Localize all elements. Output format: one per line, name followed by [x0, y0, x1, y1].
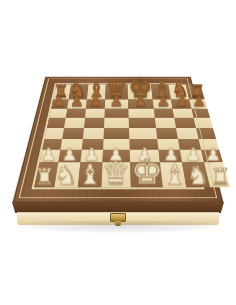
product-photo-chess-set: ♜♞♝♛♚♝♞♜♟♟♟♟♟♟♟♟♟♟♟♟♟♟♟♟♜♞♝♛♚♝♞♜	[0, 0, 236, 305]
piece-black-pawn: ♟	[156, 95, 169, 109]
square-f6	[153, 108, 174, 117]
drop-shadow	[20, 221, 218, 233]
square-c4	[83, 128, 105, 139]
square-h7: ♟	[189, 100, 207, 109]
piece-black-pawn: ♟	[110, 95, 123, 109]
square-d1: ♛	[102, 162, 131, 187]
square-f3	[157, 139, 180, 150]
square-h6	[191, 108, 210, 117]
square-c7: ♟	[86, 100, 106, 109]
square-c1: ♝	[78, 162, 103, 187]
piece-black-king: ♚	[128, 75, 153, 100]
piece-black-pawn: ♟	[52, 95, 65, 109]
square-h8: ♜	[186, 84, 205, 99]
square-d5	[104, 118, 128, 128]
square-f5	[154, 118, 176, 128]
square-e7: ♟	[128, 100, 154, 109]
piece-black-rook: ♜	[189, 84, 205, 100]
piece-black-bishop: ♝	[87, 81, 106, 100]
square-d4	[104, 128, 129, 139]
square-c3	[81, 139, 103, 150]
square-b2: ♟	[58, 150, 81, 162]
piece-white-bishop: ♝	[78, 163, 102, 187]
square-b1: ♞	[54, 162, 80, 187]
chess-board: ♜♞♝♛♚♝♞♜♟♟♟♟♟♟♟♟♟♟♟♟♟♟♟♟♜♞♝♛♚♝♞♜	[13, 77, 224, 203]
square-h2: ♟	[201, 150, 223, 162]
square-b5	[64, 118, 85, 128]
square-b6	[66, 108, 86, 117]
square-f7: ♟	[152, 100, 172, 109]
piece-black-queen: ♛	[106, 77, 128, 99]
square-d8: ♛	[106, 84, 128, 99]
square-b4	[62, 128, 83, 139]
square-g7: ♟	[171, 100, 191, 109]
piece-white-queen: ♛	[102, 159, 131, 188]
square-g6	[173, 108, 194, 117]
square-c2: ♟	[80, 150, 103, 162]
piece-black-pawn: ♟	[175, 95, 188, 109]
square-c8: ♝	[87, 84, 106, 99]
square-f4	[156, 128, 179, 139]
square-g3	[178, 139, 201, 150]
piece-black-pawn: ♟	[89, 95, 102, 109]
square-a6	[49, 108, 67, 117]
square-b8: ♞	[69, 84, 89, 99]
piece-white-rook: ♜	[210, 167, 230, 187]
square-e8: ♚	[127, 84, 152, 99]
square-e6	[128, 108, 154, 117]
piece-black-rook: ♜	[53, 84, 69, 100]
square-b7: ♟	[67, 100, 86, 109]
piece-black-knight: ♞	[69, 81, 87, 99]
square-g5	[174, 118, 196, 128]
square-d6	[105, 108, 128, 117]
square-g2: ♟	[180, 150, 204, 162]
square-d3	[103, 139, 129, 150]
square-g4	[176, 128, 198, 139]
square-e4	[129, 128, 157, 139]
square-c5	[84, 118, 105, 128]
square-d7: ♟	[105, 100, 128, 109]
piece-white-knight: ♞	[54, 164, 77, 187]
square-h3	[198, 139, 219, 150]
square-a3	[42, 139, 62, 150]
board-scene: ♜♞♝♛♚♝♞♜♟♟♟♟♟♟♟♟♟♟♟♟♟♟♟♟♜♞♝♛♚♝♞♜	[0, 0, 236, 305]
square-h4	[196, 128, 216, 139]
square-a5	[47, 118, 66, 128]
board-grid: ♜♞♝♛♚♝♞♜♟♟♟♟♟♟♟♟♟♟♟♟♟♟♟♟♜♞♝♛♚♝♞♜	[31, 83, 204, 189]
piece-black-pawn: ♟	[134, 95, 147, 109]
square-e3	[129, 139, 158, 150]
piece-white-rook: ♜	[34, 167, 54, 187]
square-e2: ♟	[129, 150, 159, 162]
piece-white-bishop: ♝	[162, 163, 186, 187]
square-e5	[128, 118, 155, 128]
square-e1: ♚	[130, 162, 163, 187]
square-c6	[85, 108, 105, 117]
square-d2: ♟	[103, 150, 130, 162]
square-f2: ♟	[158, 150, 182, 162]
piece-black-pawn: ♟	[70, 95, 83, 109]
square-a7: ♟	[51, 100, 68, 109]
square-a4	[45, 128, 64, 139]
square-a2: ♟	[40, 150, 61, 162]
square-h5	[194, 118, 213, 128]
square-b3	[60, 139, 82, 150]
